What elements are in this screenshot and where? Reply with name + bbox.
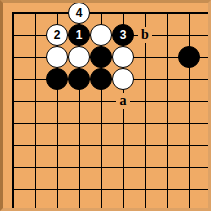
white-stone[interactable] [46, 46, 68, 68]
grid-line-horizontal [12, 189, 208, 190]
white-stone-move-4[interactable]: 4 [68, 2, 90, 24]
black-stone-move-1[interactable]: 1 [68, 24, 90, 46]
black-stone[interactable] [68, 68, 90, 90]
go-board-diagram: 4213ba [0, 0, 211, 211]
grid-line-horizontal [12, 101, 208, 102]
white-stone[interactable] [112, 46, 134, 68]
white-stone-move-2[interactable]: 2 [46, 24, 68, 46]
grid-line-vertical [35, 12, 36, 208]
black-stone[interactable] [90, 68, 112, 90]
grid-line-vertical [167, 12, 168, 208]
black-stone[interactable] [178, 46, 200, 68]
grid-line-vertical [189, 12, 190, 208]
point-label-b[interactable]: b [138, 27, 152, 43]
black-stone-move-3[interactable]: 3 [112, 24, 134, 46]
grid-line-horizontal [12, 12, 208, 14]
black-stone[interactable] [90, 46, 112, 68]
grid-line-vertical [12, 12, 14, 208]
black-stone[interactable] [46, 68, 68, 90]
go-board[interactable]: 4213ba [3, 3, 208, 208]
white-stone[interactable] [68, 46, 90, 68]
white-stone[interactable] [90, 24, 112, 46]
grid-line-horizontal [12, 167, 208, 168]
white-stone[interactable] [112, 68, 134, 90]
grid-line-horizontal [12, 123, 208, 124]
grid-line-horizontal [12, 145, 208, 146]
point-label-a[interactable]: a [116, 93, 130, 109]
